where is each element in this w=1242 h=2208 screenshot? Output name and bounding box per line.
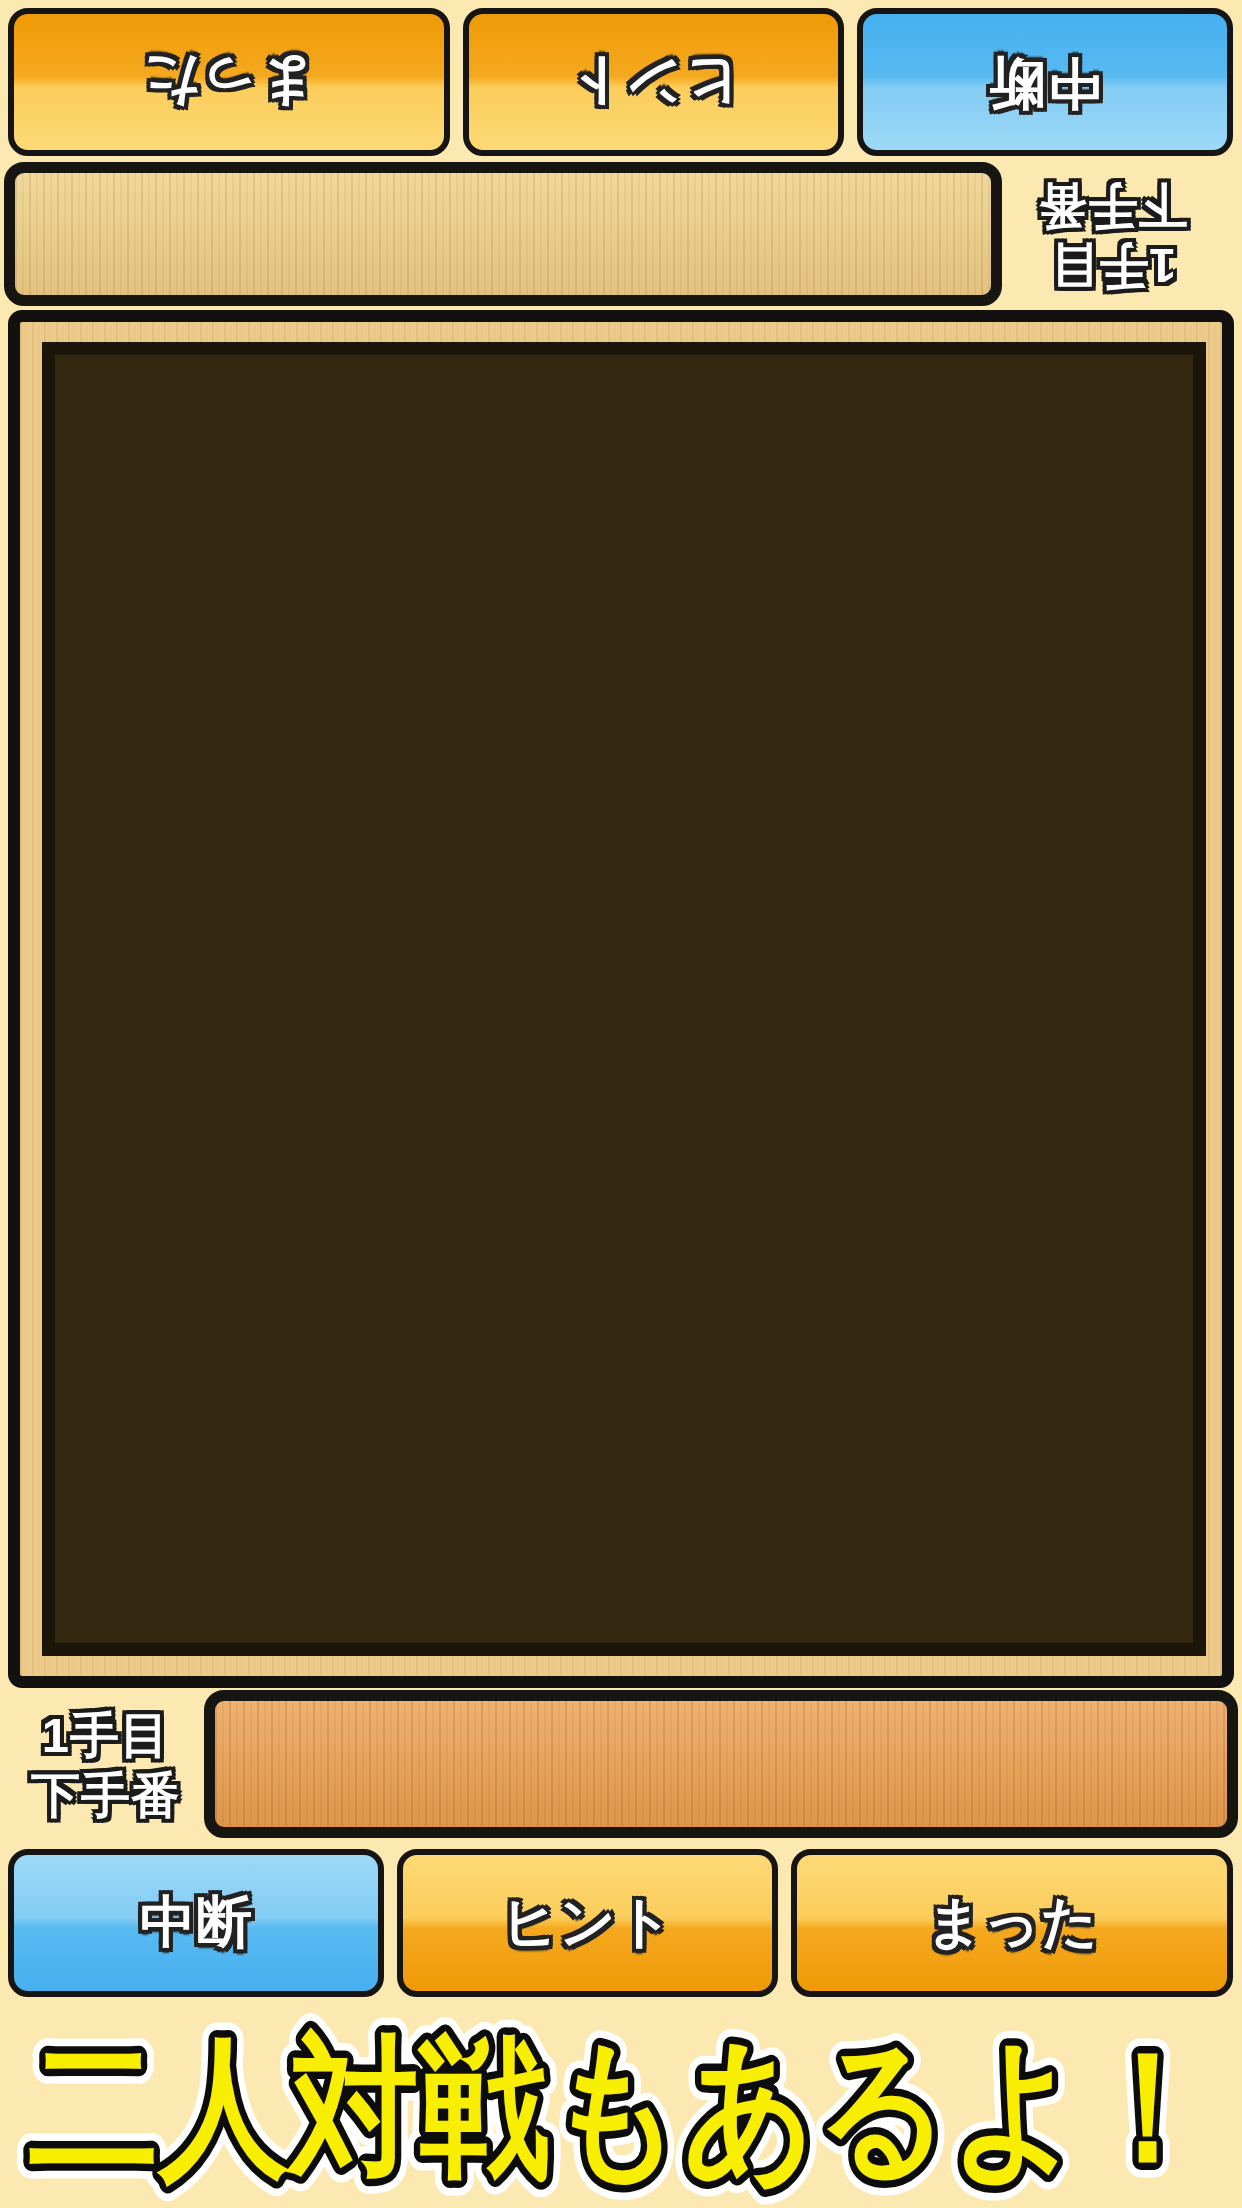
hint-button[interactable]: ヒント bbox=[397, 1849, 778, 1997]
board-grid bbox=[42, 342, 1206, 1656]
move-number-label: 1手目 bbox=[42, 1706, 170, 1766]
promo-banner[interactable]: 二人対戦もあるよ！ 二人対戦もあるよ！ bbox=[0, 2000, 1242, 2208]
turn-label: 下手番 bbox=[1037, 175, 1187, 235]
shogi-board bbox=[8, 310, 1234, 1688]
banner-text: 二人対戦もあるよ！ bbox=[29, 2019, 1214, 2196]
undo-button[interactable]: まった bbox=[791, 1849, 1233, 1997]
move-number-label: 1手目 bbox=[1048, 235, 1176, 295]
button-gap bbox=[844, 8, 857, 156]
opponent-hint-button[interactable]: ヒント bbox=[463, 8, 844, 156]
player-status-badge: 1手目 下手番 bbox=[18, 1698, 194, 1834]
opponent-interrupt-button[interactable]: 中断 bbox=[857, 8, 1233, 156]
button-gap bbox=[778, 1849, 791, 1997]
banner-graphic: 二人対戦もあるよ！ 二人対戦もあるよ！ bbox=[0, 2000, 1242, 2208]
player-button-row: 中断 ヒント まった bbox=[8, 1849, 1233, 1997]
button-gap bbox=[450, 8, 463, 156]
opponent-button-row: 中断 ヒント まった bbox=[8, 8, 1233, 156]
opponent-status-badge: 1手目 下手番 bbox=[988, 166, 1236, 304]
sente-captured-tray bbox=[204, 1690, 1238, 1838]
turn-label: 下手番 bbox=[31, 1766, 181, 1826]
opponent-undo-button[interactable]: まった bbox=[8, 8, 450, 156]
interrupt-button[interactable]: 中断 bbox=[8, 1849, 384, 1997]
gote-captured-tray bbox=[4, 162, 1002, 306]
button-gap bbox=[384, 1849, 397, 1997]
